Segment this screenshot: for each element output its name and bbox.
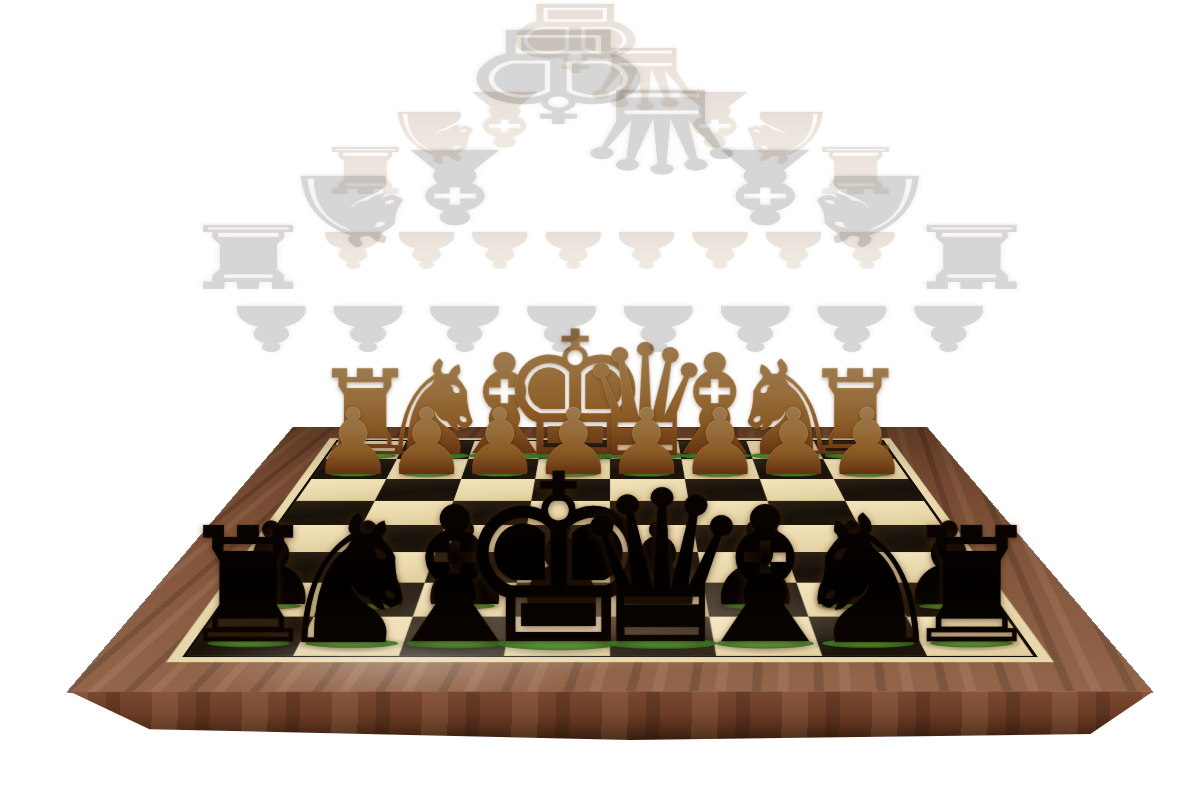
chess-photo-scene: Overhead-angle photo of a wooden chess s… <box>0 0 1200 800</box>
board-front-edge <box>62 691 1156 740</box>
piece-black-rook-a8[interactable]: ♜♜ <box>900 348 1043 667</box>
piece-reflection: ♜ <box>900 211 1043 299</box>
black-rook-icon: ♜ <box>900 507 1043 666</box>
